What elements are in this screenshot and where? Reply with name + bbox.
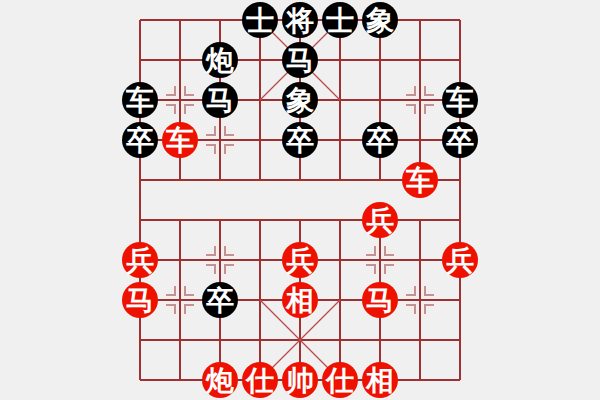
piece-black-soldier[interactable]: 卒 [362, 122, 398, 158]
point-marker-corner [366, 264, 376, 274]
piece-red-horse[interactable]: 马 [122, 282, 158, 318]
piece-red-general[interactable]: 帅 [282, 362, 318, 398]
point-marker [206, 246, 234, 274]
piece-red-elephant[interactable]: 相 [362, 362, 398, 398]
piece-black-horse[interactable]: 马 [202, 82, 238, 118]
point-marker [206, 126, 234, 154]
piece-black-advisor[interactable]: 士 [242, 2, 278, 38]
piece-black-soldier[interactable]: 卒 [122, 122, 158, 158]
point-marker-corner [166, 104, 176, 114]
point-marker-corner [406, 286, 416, 296]
point-marker-corner [184, 286, 194, 296]
piece-black-soldier[interactable]: 卒 [442, 122, 478, 158]
point-marker-corner [224, 264, 234, 274]
piece-black-chariot[interactable]: 车 [122, 82, 158, 118]
piece-red-horse[interactable]: 马 [362, 282, 398, 318]
piece-black-chariot[interactable]: 车 [442, 82, 478, 118]
piece-red-advisor[interactable]: 仕 [322, 362, 358, 398]
point-marker-corner [424, 104, 434, 114]
point-marker-corner [206, 264, 216, 274]
point-marker-corner [224, 246, 234, 256]
point-marker-corner [384, 246, 394, 256]
point-marker [406, 86, 434, 114]
point-marker-corner [384, 264, 394, 274]
piece-red-chariot[interactable]: 车 [162, 122, 198, 158]
point-marker-corner [184, 304, 194, 314]
point-marker-corner [406, 86, 416, 96]
piece-black-general[interactable]: 将 [282, 2, 318, 38]
piece-red-soldier[interactable]: 兵 [442, 242, 478, 278]
piece-red-chariot[interactable]: 车 [402, 162, 438, 198]
point-marker [166, 86, 194, 114]
piece-red-advisor[interactable]: 仕 [242, 362, 278, 398]
point-marker-corner [406, 104, 416, 114]
point-marker-corner [424, 286, 434, 296]
piece-black-soldier[interactable]: 卒 [202, 282, 238, 318]
xiangqi-board: 士将士象炮马车马象车卒卒卒卒卒车车兵兵兵兵马相马炮仕帅仕相 [0, 0, 600, 400]
point-marker-corner [206, 144, 216, 154]
point-marker-corner [224, 144, 234, 154]
piece-black-elephant[interactable]: 象 [282, 82, 318, 118]
point-marker-corner [166, 304, 176, 314]
piece-black-elephant[interactable]: 象 [362, 2, 398, 38]
point-marker-corner [224, 126, 234, 136]
point-marker-corner [424, 304, 434, 314]
piece-red-soldier[interactable]: 兵 [122, 242, 158, 278]
piece-black-cannon[interactable]: 炮 [202, 42, 238, 78]
piece-black-soldier[interactable]: 卒 [282, 122, 318, 158]
point-marker-corner [424, 86, 434, 96]
point-marker-corner [166, 86, 176, 96]
point-marker-corner [206, 126, 216, 136]
piece-black-horse[interactable]: 马 [282, 42, 318, 78]
piece-black-advisor[interactable]: 士 [322, 2, 358, 38]
point-marker-corner [206, 246, 216, 256]
point-marker [366, 246, 394, 274]
point-marker-corner [166, 286, 176, 296]
piece-red-soldier[interactable]: 兵 [362, 202, 398, 238]
piece-red-soldier[interactable]: 兵 [282, 242, 318, 278]
point-marker-corner [366, 246, 376, 256]
piece-red-elephant[interactable]: 相 [282, 282, 318, 318]
point-marker [166, 286, 194, 314]
piece-red-cannon[interactable]: 炮 [202, 362, 238, 398]
point-marker-corner [406, 304, 416, 314]
point-marker-corner [184, 86, 194, 96]
point-marker-corner [184, 104, 194, 114]
point-marker [406, 286, 434, 314]
